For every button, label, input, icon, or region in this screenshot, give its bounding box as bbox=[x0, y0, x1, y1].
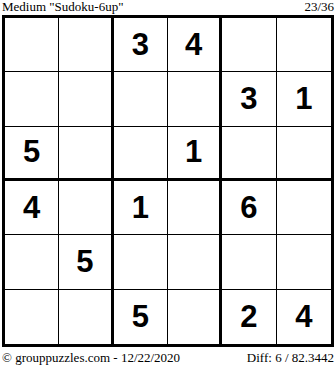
sudoku-cell-r3c3[interactable] bbox=[114, 127, 168, 181]
puzzle-counter: 23/36 bbox=[304, 0, 334, 13]
sudoku-cell-r2c5[interactable]: 3 bbox=[222, 72, 276, 126]
sudoku-cell-r3c4[interactable]: 1 bbox=[168, 127, 222, 181]
sudoku-cell-r6c2[interactable] bbox=[59, 290, 113, 344]
sudoku-cell-r2c3[interactable] bbox=[114, 72, 168, 126]
page-footer: © grouppuzzles.com - 12/22/2020 Diff: 6 … bbox=[2, 351, 334, 365]
sudoku-cell-r1c2[interactable] bbox=[59, 18, 113, 72]
sudoku-cell-r2c2[interactable] bbox=[59, 72, 113, 126]
sudoku-cell-r4c1[interactable]: 4 bbox=[5, 181, 59, 235]
sudoku-cell-r3c2[interactable] bbox=[59, 127, 113, 181]
sudoku-cell-r2c4[interactable] bbox=[168, 72, 222, 126]
sudoku-cell-r6c1[interactable] bbox=[5, 290, 59, 344]
sudoku-board: 3 4 3 1 5 1 4 1 6 5 5 2 4 bbox=[2, 15, 334, 347]
sudoku-cell-r3c5[interactable] bbox=[222, 127, 276, 181]
sudoku-cell-r6c4[interactable] bbox=[168, 290, 222, 344]
sudoku-cell-r1c6[interactable] bbox=[277, 18, 331, 72]
sudoku-cell-r5c1[interactable] bbox=[5, 235, 59, 289]
sudoku-cell-r5c4[interactable] bbox=[168, 235, 222, 289]
sudoku-cell-r4c3[interactable]: 1 bbox=[114, 181, 168, 235]
sudoku-cell-r5c5[interactable] bbox=[222, 235, 276, 289]
sudoku-cell-r5c3[interactable] bbox=[114, 235, 168, 289]
sudoku-cell-r4c6[interactable] bbox=[277, 181, 331, 235]
sudoku-cell-r4c2[interactable] bbox=[59, 181, 113, 235]
sudoku-cell-r2c1[interactable] bbox=[5, 72, 59, 126]
sudoku-cell-r3c6[interactable] bbox=[277, 127, 331, 181]
puzzle-title: Medium "Sudoku-6up" bbox=[2, 0, 123, 13]
difficulty-text: Diff: 6 / 82.3442 bbox=[247, 351, 334, 365]
sudoku-cell-r2c6[interactable]: 1 bbox=[277, 72, 331, 126]
sudoku-cell-r5c2[interactable]: 5 bbox=[59, 235, 113, 289]
sudoku-cell-r1c5[interactable] bbox=[222, 18, 276, 72]
sudoku-cell-r4c4[interactable] bbox=[168, 181, 222, 235]
sudoku-cell-r1c3[interactable]: 3 bbox=[114, 18, 168, 72]
sudoku-cell-r6c3[interactable]: 5 bbox=[114, 290, 168, 344]
sudoku-cell-r1c1[interactable] bbox=[5, 18, 59, 72]
sudoku-cell-r6c6[interactable]: 4 bbox=[277, 290, 331, 344]
sudoku-cell-r5c6[interactable] bbox=[277, 235, 331, 289]
page-header: Medium "Sudoku-6up" 23/36 bbox=[2, 0, 334, 15]
copyright-text: © grouppuzzles.com - 12/22/2020 bbox=[2, 351, 180, 365]
sudoku-cell-r4c5[interactable]: 6 bbox=[222, 181, 276, 235]
sudoku-cell-r1c4[interactable]: 4 bbox=[168, 18, 222, 72]
sudoku-cell-r6c5[interactable]: 2 bbox=[222, 290, 276, 344]
sudoku-cell-r3c1[interactable]: 5 bbox=[5, 127, 59, 181]
